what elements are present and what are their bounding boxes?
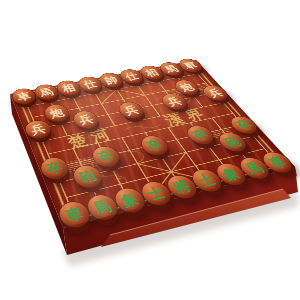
piece-glyph: 車 <box>182 61 199 70</box>
piece-glyph: 砲 <box>222 135 243 148</box>
piece-glyph: 兵 <box>165 96 183 107</box>
piece-glyph: 帥 <box>103 75 120 85</box>
piece-glyph: 卒 <box>234 119 254 131</box>
piece-glyph: 車 <box>16 91 32 102</box>
piece-glyph: 炮 <box>178 82 196 92</box>
piece-glyph: 卒 <box>96 149 116 163</box>
product-photo: 楚河 漢界 車馬相仕帥仕相馬車炮炮兵兵兵兵兵卒卒卒卒卒砲砲車馬象士將士象馬車 <box>0 0 300 300</box>
piece-glyph: 馬 <box>38 87 54 98</box>
piece-glyph: 卒 <box>45 160 65 175</box>
piece-glyph: 仕 <box>82 79 99 89</box>
piece-glyph: 卒 <box>144 138 164 152</box>
piece-glyph: 車 <box>266 155 289 170</box>
piece-glyph: 兵 <box>122 104 140 116</box>
piece-glyph: 砲 <box>77 168 97 184</box>
piece-glyph: 炮 <box>48 107 65 119</box>
piece-glyph: 象 <box>220 166 243 181</box>
piece-glyph: 馬 <box>243 160 266 175</box>
piece-glyph: 象 <box>119 191 141 208</box>
piece-glyph: 相 <box>60 83 77 94</box>
piece-glyph: 士 <box>196 172 218 188</box>
piece-glyph: 士 <box>145 185 167 202</box>
piece-glyph: 馬 <box>163 64 180 73</box>
piece-glyph: 兵 <box>29 123 47 136</box>
piece-glyph: 車 <box>63 205 85 223</box>
piece-glyph: 卒 <box>190 128 210 141</box>
piece-glyph: 馬 <box>91 198 113 216</box>
piece-glyph: 仕 <box>123 71 140 81</box>
piece-glyph: 兵 <box>77 113 95 125</box>
piece-glyph: 兵 <box>206 88 225 99</box>
piece-glyph: 將 <box>171 178 193 194</box>
piece-glyph: 相 <box>143 68 160 78</box>
